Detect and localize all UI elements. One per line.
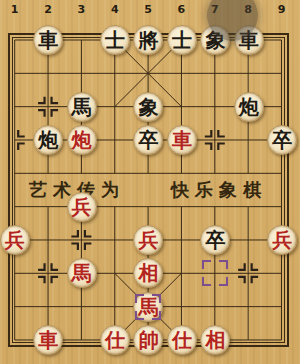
column-label-8: 8	[244, 3, 252, 17]
intersection-5-7[interactable]: 兵	[132, 223, 165, 256]
intersection-3-1[interactable]	[65, 23, 98, 56]
intersection-1-3[interactable]	[0, 90, 31, 123]
piece-red-horse[interactable]: 馬	[67, 258, 97, 288]
intersection-7-2[interactable]	[199, 57, 232, 90]
intersection-1-1[interactable]	[0, 23, 31, 56]
intersection-5-1[interactable]: 將	[132, 23, 165, 56]
intersection-2-6[interactable]	[31, 190, 64, 223]
intersection-4-5[interactable]	[98, 157, 131, 190]
intersection-3-6[interactable]: 兵	[65, 190, 98, 223]
intersection-1-4[interactable]	[0, 123, 31, 156]
intersection-8-7[interactable]	[232, 223, 265, 256]
intersection-4-10[interactable]: 仕	[98, 323, 131, 356]
intersection-2-5[interactable]	[31, 157, 64, 190]
piece-red-advisor[interactable]: 仕	[100, 325, 130, 355]
piece-black-cannon[interactable]: 炮	[234, 92, 264, 122]
intersection-4-8[interactable]	[98, 257, 131, 290]
intersection-1-10[interactable]	[0, 323, 31, 356]
xiangqi-board-screen: 123456789 艺术传为 快乐象棋 車士將士象車馬象炮炮炮卒車卒兵兵兵卒兵馬…	[0, 0, 300, 364]
intersection-9-7[interactable]: 兵	[266, 223, 299, 256]
move-highlight	[202, 260, 228, 286]
intersection-9-8[interactable]	[266, 257, 299, 290]
intersection-6-4[interactable]: 車	[165, 123, 198, 156]
piece-red-chariot[interactable]: 車	[167, 125, 197, 155]
intersection-6-1[interactable]: 士	[165, 23, 198, 56]
intersection-6-9[interactable]	[165, 290, 198, 323]
intersection-8-2[interactable]	[232, 57, 265, 90]
intersection-7-4[interactable]	[199, 123, 232, 156]
intersection-5-8[interactable]: 相	[132, 257, 165, 290]
piece-black-cannon[interactable]: 炮	[33, 125, 63, 155]
intersection-9-5[interactable]	[266, 157, 299, 190]
intersection-2-2[interactable]	[31, 57, 64, 90]
intersection-9-1[interactable]	[266, 23, 299, 56]
intersection-7-3[interactable]	[199, 90, 232, 123]
intersection-6-7[interactable]	[165, 223, 198, 256]
intersection-1-9[interactable]	[0, 290, 31, 323]
piece-black-soldier[interactable]: 卒	[267, 125, 297, 155]
intersection-9-6[interactable]	[266, 190, 299, 223]
intersection-2-1[interactable]: 車	[31, 23, 64, 56]
intersection-2-3[interactable]	[31, 90, 64, 123]
intersection-7-1[interactable]: 象	[199, 23, 232, 56]
intersection-8-3[interactable]: 炮	[232, 90, 265, 123]
intersection-1-8[interactable]	[0, 257, 31, 290]
intersection-3-7[interactable]	[65, 223, 98, 256]
intersection-4-6[interactable]	[98, 190, 131, 223]
piece-red-soldier[interactable]: 兵	[267, 225, 297, 255]
intersection-9-10[interactable]	[266, 323, 299, 356]
intersection-6-6[interactable]	[165, 190, 198, 223]
intersection-4-2[interactable]	[98, 57, 131, 90]
intersection-8-4[interactable]	[232, 123, 265, 156]
intersection-6-10[interactable]: 仕	[165, 323, 198, 356]
intersection-9-2[interactable]	[266, 57, 299, 90]
intersection-6-3[interactable]	[165, 90, 198, 123]
intersection-3-3[interactable]: 馬	[65, 90, 98, 123]
piece-red-horse[interactable]: 馬	[133, 292, 163, 322]
intersection-7-7[interactable]: 卒	[199, 223, 232, 256]
column-label-4: 4	[111, 3, 119, 17]
intersection-5-2[interactable]	[132, 57, 165, 90]
intersection-8-6[interactable]	[232, 190, 265, 223]
board-grid: 車士將士象車馬象炮炮炮卒車卒兵兵兵卒兵馬相馬車仕帥仕相	[0, 23, 299, 356]
column-label-6: 6	[178, 3, 186, 17]
intersection-8-8[interactable]	[232, 257, 265, 290]
intersection-1-2[interactable]	[0, 57, 31, 90]
piece-black-advisor[interactable]: 士	[167, 25, 197, 55]
column-label-7: 7	[211, 3, 219, 17]
intersection-5-5[interactable]	[132, 157, 165, 190]
piece-black-chariot[interactable]: 車	[234, 25, 264, 55]
intersection-2-7[interactable]	[31, 223, 64, 256]
intersection-9-4[interactable]: 卒	[266, 123, 299, 156]
intersection-4-1[interactable]: 士	[98, 23, 131, 56]
piece-black-elephant[interactable]: 象	[200, 25, 230, 55]
intersection-3-8[interactable]: 馬	[65, 257, 98, 290]
intersection-5-10[interactable]: 帥	[132, 323, 165, 356]
column-label-3: 3	[78, 3, 86, 17]
intersection-8-1[interactable]: 車	[232, 23, 265, 56]
column-label-9: 9	[278, 3, 286, 17]
piece-red-elephant[interactable]: 相	[133, 258, 163, 288]
intersection-3-4[interactable]: 炮	[65, 123, 98, 156]
intersection-9-9[interactable]	[266, 290, 299, 323]
intersection-9-3[interactable]	[266, 90, 299, 123]
intersection-3-10[interactable]	[65, 323, 98, 356]
piece-red-cannon[interactable]: 炮	[67, 125, 97, 155]
intersection-7-10[interactable]: 相	[199, 323, 232, 356]
piece-black-elephant[interactable]: 象	[133, 92, 163, 122]
intersection-5-9[interactable]: 馬	[132, 290, 165, 323]
piece-black-horse[interactable]: 馬	[67, 92, 97, 122]
intersection-1-7[interactable]: 兵	[0, 223, 31, 256]
intersection-2-9[interactable]	[31, 290, 64, 323]
intersection-7-8[interactable]	[199, 257, 232, 290]
piece-red-chariot[interactable]: 車	[33, 325, 63, 355]
intersection-4-4[interactable]	[98, 123, 131, 156]
intersection-1-6[interactable]	[0, 190, 31, 223]
intersection-4-7[interactable]	[98, 223, 131, 256]
intersection-3-9[interactable]	[65, 290, 98, 323]
piece-red-advisor[interactable]: 仕	[167, 325, 197, 355]
intersection-7-6[interactable]	[199, 190, 232, 223]
piece-red-elephant[interactable]: 相	[200, 325, 230, 355]
piece-red-general[interactable]: 帥	[133, 325, 163, 355]
intersection-8-10[interactable]	[232, 323, 265, 356]
piece-black-soldier[interactable]: 卒	[133, 125, 163, 155]
piece-red-soldier[interactable]: 兵	[133, 225, 163, 255]
piece-red-soldier[interactable]: 兵	[67, 192, 97, 222]
intersection-4-3[interactable]	[98, 90, 131, 123]
intersection-6-8[interactable]	[165, 257, 198, 290]
intersection-5-6[interactable]	[132, 190, 165, 223]
intersection-7-9[interactable]	[199, 290, 232, 323]
piece-black-general[interactable]: 將	[133, 25, 163, 55]
intersection-3-5[interactable]	[65, 157, 98, 190]
column-label-2: 2	[44, 3, 52, 17]
intersection-8-5[interactable]	[232, 157, 265, 190]
intersection-7-5[interactable]	[199, 157, 232, 190]
intersection-2-10[interactable]: 車	[31, 323, 64, 356]
intersection-6-2[interactable]	[165, 57, 198, 90]
column-label-5: 5	[144, 3, 152, 17]
intersection-3-2[interactable]	[65, 57, 98, 90]
piece-black-soldier[interactable]: 卒	[200, 225, 230, 255]
piece-red-soldier[interactable]: 兵	[0, 225, 30, 255]
piece-black-advisor[interactable]: 士	[100, 25, 130, 55]
intersection-1-5[interactable]	[0, 157, 31, 190]
intersection-5-4[interactable]: 卒	[132, 123, 165, 156]
intersection-2-4[interactable]: 炮	[31, 123, 64, 156]
intersection-5-3[interactable]: 象	[132, 90, 165, 123]
piece-black-chariot[interactable]: 車	[33, 25, 63, 55]
intersection-8-9[interactable]	[232, 290, 265, 323]
intersection-2-8[interactable]	[31, 257, 64, 290]
column-label-1: 1	[11, 3, 19, 17]
intersection-6-5[interactable]	[165, 157, 198, 190]
intersection-4-9[interactable]	[98, 290, 131, 323]
